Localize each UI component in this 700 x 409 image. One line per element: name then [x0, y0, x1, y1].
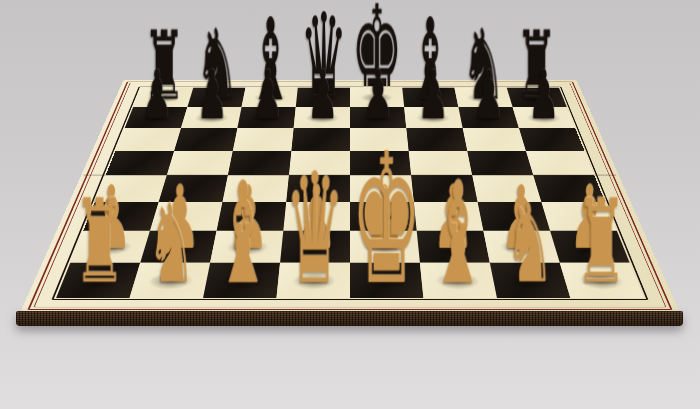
- scene-3d: ♜♞♝♛♚♝♞♜♟♟♟♟♟♟♟♟♟♟♟♟♟♟♟♟♜♞♝♛♚♝♞♜: [0, 0, 700, 409]
- square-b7[interactable]: ♟: [181, 107, 242, 128]
- black-pawn[interactable]: ♟: [141, 61, 173, 129]
- square-b6[interactable]: [174, 128, 237, 151]
- square-a6[interactable]: [116, 128, 181, 151]
- white-rook[interactable]: ♜: [73, 184, 125, 300]
- square-g6[interactable]: [463, 128, 526, 151]
- white-knight[interactable]: ♞: [146, 189, 195, 298]
- black-pawn[interactable]: ♟: [528, 61, 560, 129]
- black-pawn[interactable]: ♟: [251, 61, 283, 129]
- square-c7[interactable]: ♟: [237, 107, 295, 128]
- square-d7[interactable]: ♟: [294, 107, 350, 128]
- board-front-edge: [16, 311, 683, 326]
- white-queen[interactable]: ♛: [284, 153, 344, 306]
- photo-backdrop: ♜♞♝♛♚♝♞♜♟♟♟♟♟♟♟♟♟♟♟♟♟♟♟♟♜♞♝♛♚♝♞♜: [0, 0, 700, 409]
- chess-board: ♜♞♝♛♚♝♞♜♟♟♟♟♟♟♟♟♟♟♟♟♟♟♟♟♜♞♝♛♚♝♞♜: [20, 80, 680, 313]
- white-bishop[interactable]: ♝: [430, 163, 485, 303]
- square-g1[interactable]: ♞: [490, 263, 571, 298]
- square-h1[interactable]: ♜: [560, 263, 644, 298]
- square-h6[interactable]: [519, 128, 584, 151]
- white-bishop[interactable]: ♝: [215, 163, 270, 303]
- square-e1[interactable]: ♚: [350, 263, 423, 298]
- square-g7[interactable]: ♟: [458, 107, 519, 128]
- black-pawn[interactable]: ♟: [472, 61, 504, 129]
- white-king[interactable]: ♚: [350, 130, 421, 311]
- black-pawn[interactable]: ♟: [196, 61, 228, 129]
- white-rook[interactable]: ♜: [575, 184, 627, 300]
- board-squares: ♜♞♝♛♚♝♞♜♟♟♟♟♟♟♟♟♟♟♟♟♟♟♟♟♜♞♝♛♚♝♞♜: [56, 88, 644, 298]
- white-knight[interactable]: ♞: [505, 189, 554, 298]
- square-c1[interactable]: ♝: [203, 263, 280, 298]
- square-a7[interactable]: ♟: [125, 107, 188, 128]
- square-b1[interactable]: ♞: [130, 263, 211, 298]
- square-h7[interactable]: ♟: [513, 107, 576, 128]
- square-a1[interactable]: ♜: [56, 263, 140, 298]
- black-pawn[interactable]: ♟: [417, 61, 449, 129]
- square-f1[interactable]: ♝: [420, 263, 497, 298]
- square-d1[interactable]: ♛: [277, 263, 350, 298]
- black-pawn[interactable]: ♟: [307, 61, 339, 129]
